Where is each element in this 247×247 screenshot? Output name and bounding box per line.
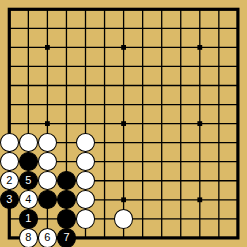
intersection[interactable] [95,190,114,209]
intersection[interactable] [114,57,133,76]
intersection[interactable] [57,209,76,228]
intersection[interactable]: 8 [19,228,38,247]
white-stone [38,171,57,190]
intersection[interactable] [0,133,19,152]
white-stone [38,152,57,171]
intersection[interactable] [57,171,76,190]
intersection[interactable] [133,133,152,152]
intersection[interactable] [19,95,38,114]
intersection[interactable] [76,76,95,95]
intersection[interactable] [152,171,171,190]
intersection[interactable] [0,0,19,19]
intersection[interactable] [152,76,171,95]
intersection[interactable] [190,228,209,247]
intersection[interactable] [0,57,19,76]
intersection[interactable] [171,209,190,228]
intersection[interactable] [95,171,114,190]
intersection[interactable] [171,19,190,38]
intersection[interactable] [57,114,76,133]
move-number-label: 1 [25,213,31,224]
black-stone: 5 [19,171,38,190]
intersection[interactable] [76,38,95,57]
intersection[interactable]: 7 [57,228,76,247]
white-stone: 2 [0,171,19,190]
intersection[interactable] [152,152,171,171]
intersection[interactable] [133,152,152,171]
intersection[interactable] [76,133,95,152]
intersection[interactable] [133,95,152,114]
intersection[interactable] [114,190,133,209]
intersection[interactable] [95,209,114,228]
intersection[interactable] [114,152,133,171]
intersection[interactable] [76,19,95,38]
intersection[interactable] [152,19,171,38]
intersection[interactable] [152,38,171,57]
white-stone [76,209,95,228]
intersection[interactable] [38,209,57,228]
intersection[interactable] [171,228,190,247]
intersection[interactable] [38,171,57,190]
intersection[interactable] [228,0,247,19]
intersection[interactable] [228,152,247,171]
intersection[interactable] [209,38,228,57]
intersection[interactable] [114,38,133,57]
white-stone: 4 [19,190,38,209]
intersection[interactable] [228,171,247,190]
intersection[interactable] [19,114,38,133]
intersection[interactable] [228,76,247,95]
intersection[interactable] [19,19,38,38]
intersection[interactable]: 3 [0,190,19,209]
intersection[interactable] [0,19,19,38]
move-number-label: 4 [25,194,31,205]
intersection[interactable] [19,0,38,19]
intersection[interactable] [114,76,133,95]
intersection[interactable]: 4 [19,190,38,209]
intersection[interactable] [190,19,209,38]
intersection[interactable] [95,152,114,171]
move-number-label: 8 [25,232,31,243]
black-stone: 3 [0,190,19,209]
intersection[interactable] [209,0,228,19]
intersection[interactable] [171,114,190,133]
intersection[interactable] [190,171,209,190]
intersection[interactable] [133,171,152,190]
intersection[interactable] [57,57,76,76]
intersection[interactable] [114,95,133,114]
intersection[interactable] [19,38,38,57]
intersection[interactable] [190,209,209,228]
intersection[interactable] [57,152,76,171]
intersection[interactable] [0,228,19,247]
white-stone [114,209,133,228]
intersection[interactable] [133,19,152,38]
intersection[interactable] [38,76,57,95]
intersection[interactable] [228,57,247,76]
intersection[interactable] [228,95,247,114]
intersection[interactable] [171,190,190,209]
intersection[interactable] [209,19,228,38]
intersection[interactable] [38,190,57,209]
white-stone [19,133,38,152]
intersection[interactable] [152,209,171,228]
intersection[interactable] [190,95,209,114]
intersection[interactable] [228,114,247,133]
intersection[interactable] [114,19,133,38]
go-board[interactable]: 25341867 [0,0,247,247]
intersection[interactable] [209,114,228,133]
intersection[interactable] [133,57,152,76]
intersection[interactable]: 5 [19,171,38,190]
intersection[interactable] [171,0,190,19]
black-stone [19,152,38,171]
black-stone [57,209,76,228]
intersection[interactable]: 6 [38,228,57,247]
intersection[interactable] [228,19,247,38]
intersection[interactable] [76,228,95,247]
intersection[interactable] [114,228,133,247]
black-stone [38,190,57,209]
intersection[interactable] [0,38,19,57]
intersection[interactable] [114,209,133,228]
intersection[interactable] [57,76,76,95]
black-stone [57,190,76,209]
intersection[interactable] [19,152,38,171]
intersection[interactable] [0,76,19,95]
intersection[interactable] [57,19,76,38]
intersection[interactable] [19,133,38,152]
intersection[interactable] [57,0,76,19]
intersection[interactable] [0,95,19,114]
intersection[interactable] [38,114,57,133]
move-number-label: 7 [63,232,69,243]
black-stone: 7 [57,228,76,247]
intersection[interactable] [57,95,76,114]
intersection[interactable] [152,0,171,19]
intersection[interactable] [95,114,114,133]
intersection[interactable] [95,19,114,38]
intersection[interactable] [209,209,228,228]
intersection[interactable] [114,0,133,19]
intersection[interactable] [209,228,228,247]
intersection[interactable] [38,38,57,57]
intersection[interactable] [38,57,57,76]
black-stone [57,171,76,190]
intersection[interactable] [228,228,247,247]
intersection[interactable] [57,38,76,57]
white-stone: 6 [38,228,57,247]
intersection[interactable] [114,171,133,190]
intersection[interactable] [209,190,228,209]
intersection[interactable] [0,209,19,228]
intersection[interactable] [133,114,152,133]
intersection[interactable] [95,38,114,57]
intersection[interactable] [95,0,114,19]
intersection[interactable] [190,190,209,209]
intersection[interactable] [133,38,152,57]
intersection[interactable] [190,38,209,57]
intersection[interactable] [171,152,190,171]
intersection[interactable] [0,114,19,133]
intersection[interactable] [95,57,114,76]
intersection[interactable] [133,76,152,95]
intersection[interactable] [228,38,247,57]
intersection[interactable] [38,95,57,114]
intersection[interactable] [171,171,190,190]
intersection[interactable] [152,190,171,209]
intersection[interactable] [152,57,171,76]
black-stone: 1 [19,209,38,228]
go-diagram: 25341867 [0,0,247,247]
intersection[interactable] [76,57,95,76]
intersection[interactable] [38,152,57,171]
intersection[interactable] [76,152,95,171]
white-stone [0,133,19,152]
intersection[interactable] [57,133,76,152]
intersection[interactable] [209,57,228,76]
intersection[interactable] [209,171,228,190]
intersection[interactable] [38,133,57,152]
intersection[interactable] [190,114,209,133]
intersection[interactable] [209,95,228,114]
intersection[interactable] [190,133,209,152]
intersection[interactable] [171,57,190,76]
intersection[interactable] [152,95,171,114]
intersection[interactable] [76,95,95,114]
intersection[interactable] [190,76,209,95]
intersection[interactable] [209,152,228,171]
intersection[interactable] [19,57,38,76]
intersection[interactable] [95,133,114,152]
intersection[interactable] [19,76,38,95]
intersection[interactable] [133,209,152,228]
intersection[interactable] [171,76,190,95]
intersection[interactable] [152,114,171,133]
intersection[interactable] [152,133,171,152]
intersection[interactable] [190,0,209,19]
intersection[interactable] [76,190,95,209]
intersection[interactable] [114,133,133,152]
move-number-label: 3 [6,194,12,205]
intersection[interactable] [209,133,228,152]
intersection[interactable] [228,190,247,209]
white-stone [76,190,95,209]
intersection[interactable]: 1 [19,209,38,228]
intersection[interactable] [76,0,95,19]
intersection[interactable] [228,209,247,228]
intersection[interactable] [171,95,190,114]
white-stone [76,133,95,152]
intersection[interactable] [152,228,171,247]
intersection[interactable] [95,76,114,95]
intersection[interactable] [76,171,95,190]
intersection[interactable] [0,152,19,171]
move-number-label: 5 [25,175,31,186]
intersection[interactable] [76,209,95,228]
intersection[interactable] [190,152,209,171]
white-stone [76,152,95,171]
intersection[interactable] [133,190,152,209]
white-stone [76,171,95,190]
intersection[interactable] [171,133,190,152]
white-stone [38,133,57,152]
move-number-label: 2 [6,175,12,186]
intersection[interactable] [228,133,247,152]
white-stone: 8 [19,228,38,247]
intersection[interactable] [57,190,76,209]
intersection[interactable] [95,228,114,247]
intersection[interactable] [114,114,133,133]
intersection[interactable] [38,0,57,19]
intersection[interactable] [190,57,209,76]
intersection[interactable] [171,38,190,57]
intersection[interactable] [209,76,228,95]
intersection[interactable] [133,228,152,247]
intersection[interactable]: 2 [0,171,19,190]
intersection[interactable] [38,19,57,38]
intersection[interactable] [95,95,114,114]
white-stone [0,152,19,171]
move-number-label: 6 [44,232,50,243]
intersection[interactable] [76,114,95,133]
intersection[interactable] [133,0,152,19]
